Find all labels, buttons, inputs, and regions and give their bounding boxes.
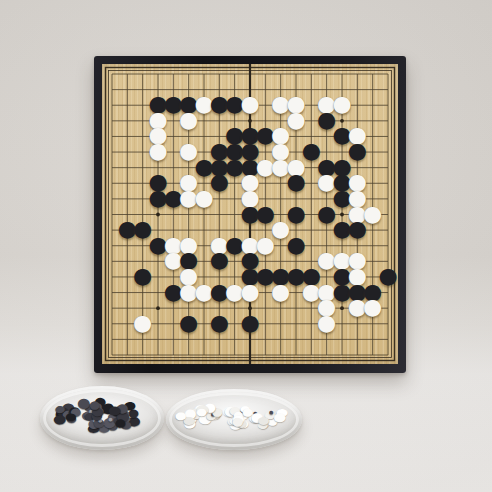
tray-stone: ● <box>272 411 286 423</box>
star-point <box>340 306 344 310</box>
white-stone: ● <box>148 140 167 162</box>
board-face: ●●●●●●●●●●●●●●●●●●●●●●●●●●●●●●●●●●●●●●●●… <box>102 64 398 364</box>
black-stone: ● <box>210 249 229 271</box>
tray-stone: ● <box>115 418 127 429</box>
black-stone-tray: ●●●●●●●●●●●●●●●●●●●●●●●●●●●●●●●●●●●●●●●●… <box>40 386 164 450</box>
white-stone-tray: ●●●●●●●●●●●●●●●●●●●●●●●●●●●●●●●●●●●●●●●●… <box>166 389 302 450</box>
white-stone-pile: ●●●●●●●●●●●●●●●●●●●●●●●●●●●●●●●●●●●●●●●●… <box>170 393 298 446</box>
black-stone: ● <box>348 218 367 240</box>
star-point <box>156 306 160 310</box>
black-stone: ● <box>240 312 259 334</box>
tray-stone: ● <box>196 407 208 418</box>
white-stone: ● <box>317 312 336 334</box>
white-stone: ● <box>133 312 152 334</box>
white-stone: ● <box>271 281 290 303</box>
black-stone: ● <box>179 312 198 334</box>
star-point <box>156 213 160 217</box>
white-stone: ● <box>240 281 259 303</box>
product-photo-scene: ●●●●●●●●●●●●●●●●●●●●●●●●●●●●●●●●●●●●●●●●… <box>0 0 492 492</box>
white-stone: ● <box>179 109 198 131</box>
tray-stone: ● <box>52 413 69 427</box>
white-stone: ● <box>194 187 213 209</box>
black-stone: ● <box>286 171 305 193</box>
black-stone: ● <box>210 312 229 334</box>
tray-stone: ● <box>87 399 101 412</box>
black-stone-pile: ●●●●●●●●●●●●●●●●●●●●●●●●●●●●●●●●●●●●●●●●… <box>44 390 160 446</box>
white-stone: ● <box>240 93 259 115</box>
white-stone: ● <box>363 296 382 318</box>
black-stone: ● <box>133 265 152 287</box>
go-board: ●●●●●●●●●●●●●●●●●●●●●●●●●●●●●●●●●●●●●●●●… <box>94 56 406 373</box>
black-stone: ● <box>286 234 305 256</box>
